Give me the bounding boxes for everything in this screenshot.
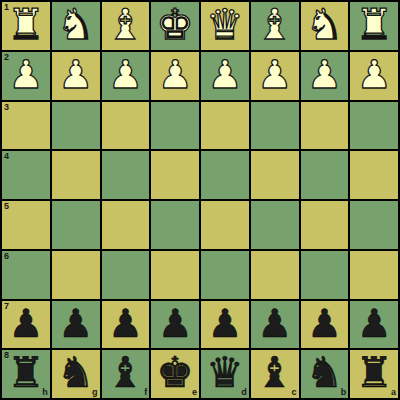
black-queen: ♛ — [206, 352, 244, 394]
black-knight: ♞ — [306, 352, 344, 394]
black-pawn: ♟ — [307, 304, 342, 343]
square-a7[interactable]: ♟ — [350, 301, 398, 349]
square-e3[interactable] — [151, 102, 199, 150]
square-h4[interactable]: 4 — [2, 151, 50, 199]
square-a4[interactable] — [350, 151, 398, 199]
square-d4[interactable] — [201, 151, 249, 199]
square-c8[interactable]: c♝ — [251, 350, 299, 398]
white-queen: ♛ — [206, 4, 244, 46]
white-pawn: ♟ — [158, 55, 193, 94]
square-g2[interactable]: ♟ — [52, 52, 100, 100]
square-c4[interactable] — [251, 151, 299, 199]
square-c2[interactable]: ♟ — [251, 52, 299, 100]
rank-label-6: 6 — [4, 251, 9, 262]
square-a2[interactable]: ♟ — [350, 52, 398, 100]
square-e2[interactable]: ♟ — [151, 52, 199, 100]
square-f7[interactable]: ♟ — [102, 301, 150, 349]
square-f2[interactable]: ♟ — [102, 52, 150, 100]
file-label-f: f — [144, 387, 147, 398]
square-e8[interactable]: e♚ — [151, 350, 199, 398]
square-f5[interactable] — [102, 201, 150, 249]
square-a6[interactable] — [350, 251, 398, 299]
square-b1[interactable]: ♞ — [301, 2, 349, 50]
rank-label-3: 3 — [4, 102, 9, 113]
square-g5[interactable] — [52, 201, 100, 249]
square-b7[interactable]: ♟ — [301, 301, 349, 349]
white-knight: ♞ — [57, 4, 95, 46]
square-d7[interactable]: ♟ — [201, 301, 249, 349]
square-a5[interactable] — [350, 201, 398, 249]
square-c7[interactable]: ♟ — [251, 301, 299, 349]
white-rook: ♜ — [355, 4, 393, 46]
square-f1[interactable]: ♝ — [102, 2, 150, 50]
black-pawn: ♟ — [357, 304, 392, 343]
white-pawn: ♟ — [307, 55, 342, 94]
square-d6[interactable] — [201, 251, 249, 299]
square-h3[interactable]: 3 — [2, 102, 50, 150]
white-pawn: ♟ — [58, 55, 93, 94]
square-g6[interactable] — [52, 251, 100, 299]
square-h6[interactable]: 6 — [2, 251, 50, 299]
square-a3[interactable] — [350, 102, 398, 150]
square-b4[interactable] — [301, 151, 349, 199]
square-f3[interactable] — [102, 102, 150, 150]
square-f8[interactable]: f♝ — [102, 350, 150, 398]
square-c6[interactable] — [251, 251, 299, 299]
rank-label-5: 5 — [4, 201, 9, 212]
square-e7[interactable]: ♟ — [151, 301, 199, 349]
white-rook: ♜ — [7, 4, 45, 46]
white-pawn: ♟ — [108, 55, 143, 94]
white-king: ♚ — [156, 4, 194, 46]
black-bishop: ♝ — [256, 352, 294, 394]
square-f6[interactable] — [102, 251, 150, 299]
black-pawn: ♟ — [257, 304, 292, 343]
square-h8[interactable]: 8h♜ — [2, 350, 50, 398]
square-d3[interactable] — [201, 102, 249, 150]
white-pawn: ♟ — [357, 55, 392, 94]
white-pawn: ♟ — [257, 55, 292, 94]
square-h2[interactable]: 2♟ — [2, 52, 50, 100]
black-rook: ♜ — [355, 352, 393, 394]
square-c3[interactable] — [251, 102, 299, 150]
square-h7[interactable]: 7♟ — [2, 301, 50, 349]
square-d8[interactable]: d♛ — [201, 350, 249, 398]
white-pawn: ♟ — [8, 55, 43, 94]
black-pawn: ♟ — [108, 304, 143, 343]
black-bishop: ♝ — [107, 352, 145, 394]
square-b6[interactable] — [301, 251, 349, 299]
square-g7[interactable]: ♟ — [52, 301, 100, 349]
square-f4[interactable] — [102, 151, 150, 199]
black-pawn: ♟ — [58, 304, 93, 343]
square-b3[interactable] — [301, 102, 349, 150]
white-bishop: ♝ — [256, 4, 294, 46]
square-d2[interactable]: ♟ — [201, 52, 249, 100]
square-h5[interactable]: 5 — [2, 201, 50, 249]
square-g8[interactable]: g♞ — [52, 350, 100, 398]
black-rook: ♜ — [7, 352, 45, 394]
black-pawn: ♟ — [207, 304, 242, 343]
square-b8[interactable]: b♞ — [301, 350, 349, 398]
chess-board: 1♜♞♝♚♛♝♞♜2♟♟♟♟♟♟♟♟34567♟♟♟♟♟♟♟♟8h♜g♞f♝e♚… — [0, 0, 400, 400]
square-c5[interactable] — [251, 201, 299, 249]
black-king: ♚ — [156, 352, 194, 394]
square-g1[interactable]: ♞ — [52, 2, 100, 50]
white-bishop: ♝ — [107, 4, 145, 46]
black-knight: ♞ — [57, 352, 95, 394]
square-d5[interactable] — [201, 201, 249, 249]
square-e5[interactable] — [151, 201, 199, 249]
square-g4[interactable] — [52, 151, 100, 199]
black-pawn: ♟ — [8, 304, 43, 343]
square-b5[interactable] — [301, 201, 349, 249]
white-knight: ♞ — [306, 4, 344, 46]
square-a8[interactable]: a♜ — [350, 350, 398, 398]
square-d1[interactable]: ♛ — [201, 2, 249, 50]
square-e4[interactable] — [151, 151, 199, 199]
white-pawn: ♟ — [207, 55, 242, 94]
square-g3[interactable] — [52, 102, 100, 150]
black-pawn: ♟ — [158, 304, 193, 343]
square-a1[interactable]: ♜ — [350, 2, 398, 50]
square-b2[interactable]: ♟ — [301, 52, 349, 100]
square-h1[interactable]: 1♜ — [2, 2, 50, 50]
square-c1[interactable]: ♝ — [251, 2, 299, 50]
rank-label-4: 4 — [4, 151, 9, 162]
square-e6[interactable] — [151, 251, 199, 299]
square-e1[interactable]: ♚ — [151, 2, 199, 50]
